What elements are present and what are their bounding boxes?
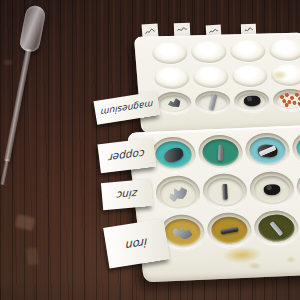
well-solution (252, 175, 291, 203)
empty-well (153, 67, 190, 90)
scribble-icon (144, 26, 157, 36)
well-solution (198, 94, 228, 111)
photo-scene: magnesium copper zinc iron (0, 0, 300, 300)
metal-sample (208, 94, 217, 111)
well-solution (159, 179, 198, 207)
well-solution (159, 95, 189, 112)
empty-well (192, 66, 229, 89)
row-label-text: iron (125, 235, 147, 252)
residue-spot (248, 262, 262, 270)
metal-sample (269, 220, 283, 236)
metal-sample (263, 183, 281, 195)
well (252, 210, 300, 247)
metal-sample (220, 226, 239, 234)
well (291, 130, 300, 167)
metal-sample (218, 144, 223, 160)
row-label-text: zinc (116, 188, 137, 202)
well (155, 92, 192, 115)
empty-well (151, 42, 188, 65)
well-solution (205, 177, 244, 205)
empty-well (190, 41, 227, 64)
well-solution (201, 138, 240, 166)
empty-well (229, 40, 266, 63)
well (295, 169, 300, 206)
residue-spot (286, 256, 296, 263)
metal-sample (167, 98, 181, 109)
well (205, 212, 253, 249)
well-solution (210, 216, 249, 244)
well (233, 90, 270, 113)
empty-well (231, 65, 268, 88)
well-grid (150, 130, 300, 255)
row-label-text: copper (109, 147, 145, 163)
well-solution (248, 136, 287, 164)
metal-sample (243, 95, 261, 106)
row-label-text: magnesium (101, 99, 154, 117)
empty-well (268, 39, 300, 62)
metal-sample (166, 184, 190, 204)
well-solution (257, 214, 296, 242)
well (197, 134, 245, 171)
row-label-zinc: zinc (101, 179, 153, 210)
column-tab (174, 23, 190, 37)
well (154, 175, 202, 212)
well (194, 91, 231, 114)
metal-sample (222, 183, 228, 199)
well (201, 173, 249, 210)
well (272, 88, 300, 111)
well-solution (237, 93, 267, 110)
well-solution (154, 140, 193, 168)
well (299, 208, 300, 245)
well (248, 171, 296, 208)
well (150, 136, 198, 173)
scribble-icon (176, 25, 188, 34)
metal-sample (162, 145, 185, 163)
metal-sample (172, 224, 194, 241)
well-solution (295, 134, 300, 162)
plate-stain (272, 70, 288, 80)
spot-plate-top (134, 33, 300, 133)
well-solution (276, 92, 300, 109)
well (244, 132, 292, 169)
metal-sample (278, 93, 300, 108)
well-solution (163, 218, 202, 246)
well-solution (299, 173, 300, 201)
